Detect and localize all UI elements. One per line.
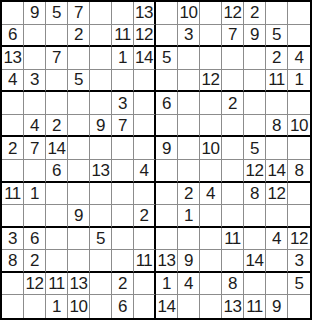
- given-digit: 8: [250, 185, 259, 202]
- given-digit: 6: [30, 230, 39, 247]
- cell-r5c12[interactable]: [244, 92, 266, 115]
- cell-r4c10[interactable]: 12: [200, 70, 222, 93]
- cell-r5c4[interactable]: [68, 92, 90, 115]
- given-digit: 8: [295, 162, 304, 179]
- cell-r5c14[interactable]: [288, 92, 310, 115]
- cell-r11c7[interactable]: [134, 228, 156, 251]
- cell-r14c6[interactable]: 6: [112, 295, 134, 318]
- cell-r1c9[interactable]: 10: [178, 2, 200, 25]
- given-digit: 9: [250, 26, 259, 43]
- cell-r7c9[interactable]: [178, 137, 200, 160]
- given-digit: 2: [228, 95, 237, 112]
- cell-r3c10[interactable]: [200, 47, 222, 70]
- cell-r9c10[interactable]: 4: [200, 183, 222, 206]
- cell-r6c10[interactable]: [200, 115, 222, 138]
- cell-r6c8[interactable]: [156, 115, 178, 138]
- cell-r5c2[interactable]: [24, 92, 46, 115]
- cell-r7c13[interactable]: [266, 137, 288, 160]
- cell-r12c13[interactable]: [266, 250, 288, 273]
- cell-r9c4[interactable]: [68, 183, 90, 206]
- cell-r5c6[interactable]: 3: [112, 92, 134, 115]
- cell-r11c8[interactable]: [156, 228, 178, 251]
- given-digit: 2: [118, 275, 127, 292]
- given-digit: 8: [272, 117, 281, 134]
- cell-r13c12[interactable]: [244, 273, 266, 296]
- cell-r3c14[interactable]: 4: [288, 47, 310, 70]
- given-digit: 4: [8, 71, 17, 88]
- given-digit: 5: [74, 71, 83, 88]
- cell-r4c4[interactable]: 5: [68, 70, 90, 93]
- cell-r3c5[interactable]: [90, 47, 112, 70]
- cell-r10c2[interactable]: [24, 205, 46, 228]
- cell-r8c11[interactable]: [222, 160, 244, 183]
- given-digit: 12: [246, 162, 264, 179]
- cell-r11c10[interactable]: [200, 228, 222, 251]
- given-digit: 13: [70, 275, 88, 292]
- cell-r2c10[interactable]: [200, 25, 222, 48]
- given-digit: 13: [224, 298, 242, 315]
- cell-r5c8[interactable]: 6: [156, 92, 178, 115]
- cell-r2c1[interactable]: 6: [2, 25, 24, 48]
- given-digit: 14: [48, 140, 66, 157]
- cell-r2c9[interactable]: 3: [178, 25, 200, 48]
- given-digit: 11: [246, 298, 263, 315]
- cell-r12c7[interactable]: 11: [134, 250, 156, 273]
- cell-r6c2[interactable]: 4: [24, 115, 46, 138]
- cell-r7c6[interactable]: [112, 137, 134, 160]
- cell-r14c9[interactable]: [178, 295, 200, 318]
- cell-r10c3[interactable]: [46, 205, 68, 228]
- cell-r6c1[interactable]: [2, 115, 24, 138]
- given-digit: 10: [290, 117, 308, 134]
- given-digit: 9: [272, 298, 281, 315]
- given-digit: 11: [4, 185, 21, 202]
- cell-r4c5[interactable]: [90, 70, 112, 93]
- cell-r10c6[interactable]: [112, 205, 134, 228]
- given-digit: 5: [250, 140, 259, 157]
- cell-r8c13[interactable]: 14: [266, 160, 288, 183]
- cell-r1c6[interactable]: [112, 2, 134, 25]
- cell-r14c13[interactable]: 9: [266, 295, 288, 318]
- cell-r9c1[interactable]: 11: [2, 183, 24, 206]
- given-digit: 7: [228, 26, 237, 43]
- cell-r2c12[interactable]: 9: [244, 25, 266, 48]
- cell-r14c10[interactable]: [200, 295, 222, 318]
- given-digit: 3: [118, 95, 127, 112]
- cell-r13c4[interactable]: 13: [68, 273, 90, 296]
- cell-r11c11[interactable]: 11: [222, 228, 244, 251]
- given-digit: 4: [30, 117, 39, 134]
- given-digit: 7: [30, 140, 39, 157]
- cell-r8c12[interactable]: 12: [244, 160, 266, 183]
- cell-r1c5[interactable]: [90, 2, 112, 25]
- given-digit: 8: [228, 275, 237, 292]
- cell-r14c8[interactable]: 14: [156, 295, 178, 318]
- cell-r6c9[interactable]: [178, 115, 200, 138]
- cell-r11c4[interactable]: [68, 228, 90, 251]
- given-digit: 2: [74, 26, 83, 43]
- cell-r2c13[interactable]: 5: [266, 25, 288, 48]
- given-digit: 13: [158, 252, 176, 269]
- cell-r11c12[interactable]: [244, 228, 266, 251]
- given-digit: 2: [184, 185, 193, 202]
- cell-r14c12[interactable]: 11: [244, 295, 266, 318]
- cell-r7c10[interactable]: 10: [200, 137, 222, 160]
- cell-r9c7[interactable]: [134, 183, 156, 206]
- given-digit: 3: [30, 71, 39, 88]
- given-digit: 5: [96, 230, 105, 247]
- cell-r1c11[interactable]: 12: [222, 2, 244, 25]
- cell-r4c2[interactable]: 3: [24, 70, 46, 93]
- cell-r14c11[interactable]: 13: [222, 295, 244, 318]
- cell-r6c12[interactable]: [244, 115, 266, 138]
- cell-r6c11[interactable]: [222, 115, 244, 138]
- given-digit: 6: [8, 26, 17, 43]
- given-digit: 13: [92, 162, 110, 179]
- given-digit: 13: [135, 4, 153, 21]
- given-digit: 12: [202, 71, 220, 88]
- cell-r13c5[interactable]: [90, 273, 112, 296]
- cell-r7c7[interactable]: [134, 137, 156, 160]
- given-digit: 3: [295, 252, 304, 269]
- cell-r2c4[interactable]: 2: [68, 25, 90, 48]
- given-digit: 9: [96, 117, 105, 134]
- given-digit: 4: [295, 49, 304, 66]
- cell-r14c5[interactable]: [90, 295, 112, 318]
- cell-r9c13[interactable]: 12: [266, 183, 288, 206]
- cell-r2c6[interactable]: 11: [112, 25, 134, 48]
- cell-r13c7[interactable]: [134, 273, 156, 296]
- cell-r7c11[interactable]: [222, 137, 244, 160]
- cell-r7c2[interactable]: 7: [24, 137, 46, 160]
- given-digit: 9: [184, 252, 193, 269]
- given-digit: 14: [246, 252, 264, 269]
- cell-r10c11[interactable]: [222, 205, 244, 228]
- cell-r7c14[interactable]: [288, 137, 310, 160]
- cell-r3c11[interactable]: [222, 47, 244, 70]
- cell-r10c8[interactable]: [156, 205, 178, 228]
- cell-r7c4[interactable]: [68, 137, 90, 160]
- cell-r6c14[interactable]: 10: [288, 115, 310, 138]
- cell-r9c14[interactable]: [288, 183, 310, 206]
- cell-r8c5[interactable]: 13: [90, 160, 112, 183]
- given-digit: 5: [272, 26, 281, 43]
- given-digit: 12: [135, 26, 153, 43]
- cell-r5c7[interactable]: [134, 92, 156, 115]
- cell-r3c3[interactable]: 7: [46, 47, 68, 70]
- cell-r4c12[interactable]: [244, 70, 266, 93]
- given-digit: 1: [295, 71, 304, 88]
- cell-r10c14[interactable]: [288, 205, 310, 228]
- cell-r1c12[interactable]: 2: [244, 2, 266, 25]
- cell-r9c6[interactable]: [112, 183, 134, 206]
- cell-r12c8[interactable]: 13: [156, 250, 178, 273]
- cell-r12c1[interactable]: 8: [2, 250, 24, 273]
- given-digit: 4: [184, 275, 193, 292]
- cell-r8c6[interactable]: [112, 160, 134, 183]
- cell-r12c5[interactable]: [90, 250, 112, 273]
- given-digit: 11: [224, 230, 241, 247]
- cell-r9c8[interactable]: [156, 183, 178, 206]
- cell-r1c2[interactable]: 9: [24, 2, 46, 25]
- cell-r3c6[interactable]: 1: [112, 47, 134, 70]
- cell-r7c1[interactable]: 2: [2, 137, 24, 160]
- cell-r6c4[interactable]: [68, 115, 90, 138]
- cell-r5c10[interactable]: [200, 92, 222, 115]
- cell-r11c3[interactable]: [46, 228, 68, 251]
- cell-r13c14[interactable]: 5: [288, 273, 310, 296]
- cell-r10c12[interactable]: [244, 205, 266, 228]
- given-digit: 14: [135, 49, 153, 66]
- cell-r7c12[interactable]: 5: [244, 137, 266, 160]
- given-digit: 1: [184, 207, 193, 224]
- given-digit: 7: [118, 117, 127, 134]
- cell-r3c1[interactable]: 13: [2, 47, 24, 70]
- given-digit: 3: [184, 26, 193, 43]
- cell-r1c4[interactable]: 7: [68, 2, 90, 25]
- cell-r14c7[interactable]: [134, 295, 156, 318]
- sudoku-board: 9571310122621112379513711452443512111362…: [0, 0, 312, 320]
- given-digit: 11: [268, 71, 285, 88]
- cell-r2c2[interactable]: [24, 25, 46, 48]
- cell-r13c8[interactable]: 1: [156, 273, 178, 296]
- given-digit: 6: [118, 298, 127, 315]
- cell-r12c14[interactable]: 3: [288, 250, 310, 273]
- cell-r11c5[interactable]: 5: [90, 228, 112, 251]
- cell-r3c8[interactable]: 5: [156, 47, 178, 70]
- cell-r12c6[interactable]: [112, 250, 134, 273]
- given-digit: 14: [268, 162, 286, 179]
- cell-r14c14[interactable]: [288, 295, 310, 318]
- cell-r11c14[interactable]: 12: [288, 228, 310, 251]
- cell-r6c6[interactable]: 7: [112, 115, 134, 138]
- cell-r12c10[interactable]: [200, 250, 222, 273]
- cell-r11c6[interactable]: [112, 228, 134, 251]
- cell-r2c3[interactable]: [46, 25, 68, 48]
- given-digit: 7: [74, 4, 83, 21]
- cell-r13c1[interactable]: [2, 273, 24, 296]
- cell-r3c12[interactable]: [244, 47, 266, 70]
- cell-r3c7[interactable]: 14: [134, 47, 156, 70]
- cell-r10c13[interactable]: [266, 205, 288, 228]
- cell-r4c3[interactable]: [46, 70, 68, 93]
- cell-r1c13[interactable]: [266, 2, 288, 25]
- given-digit: 7: [52, 49, 61, 66]
- given-digit: 5: [295, 275, 304, 292]
- given-digit: 2: [140, 207, 149, 224]
- cell-r10c5[interactable]: [90, 205, 112, 228]
- given-digit: 6: [52, 162, 61, 179]
- cell-r8c8[interactable]: [156, 160, 178, 183]
- given-digit: 6: [162, 95, 171, 112]
- cell-r5c13[interactable]: [266, 92, 288, 115]
- cell-r4c13[interactable]: 11: [266, 70, 288, 93]
- cell-r5c11[interactable]: 2: [222, 92, 244, 115]
- given-digit: 4: [206, 185, 215, 202]
- cell-r1c14[interactable]: [288, 2, 310, 25]
- cell-r4c14[interactable]: 1: [288, 70, 310, 93]
- cell-r12c9[interactable]: 9: [178, 250, 200, 273]
- given-digit: 1: [52, 298, 61, 315]
- cell-r12c12[interactable]: 14: [244, 250, 266, 273]
- cell-r7c8[interactable]: 9: [156, 137, 178, 160]
- cell-r10c4[interactable]: 9: [68, 205, 90, 228]
- given-digit: 12: [290, 230, 308, 247]
- cell-r9c11[interactable]: [222, 183, 244, 206]
- cell-r14c4[interactable]: 10: [68, 295, 90, 318]
- given-digit: 8: [8, 252, 17, 269]
- cell-r8c14[interactable]: 8: [288, 160, 310, 183]
- given-digit: 14: [158, 298, 176, 315]
- given-digit: 2: [8, 140, 17, 157]
- given-digit: 11: [114, 26, 131, 43]
- given-digit: 3: [8, 230, 17, 247]
- given-digit: 4: [140, 162, 149, 179]
- given-digit: 1: [162, 275, 171, 292]
- given-digit: 5: [162, 49, 171, 66]
- cell-r4c1[interactable]: 4: [2, 70, 24, 93]
- cell-r13c6[interactable]: 2: [112, 273, 134, 296]
- cell-r2c8[interactable]: [156, 25, 178, 48]
- cell-r1c8[interactable]: [156, 2, 178, 25]
- cell-r13c2[interactable]: 12: [24, 273, 46, 296]
- cell-r9c12[interactable]: 8: [244, 183, 266, 206]
- cell-r3c4[interactable]: [68, 47, 90, 70]
- cell-r10c9[interactable]: 1: [178, 205, 200, 228]
- cell-r13c13[interactable]: [266, 273, 288, 296]
- cell-r10c10[interactable]: [200, 205, 222, 228]
- given-digit: 10: [180, 4, 198, 21]
- given-digit: 2: [30, 252, 39, 269]
- cell-r6c5[interactable]: 9: [90, 115, 112, 138]
- cell-r4c8[interactable]: [156, 70, 178, 93]
- given-digit: 9: [162, 140, 171, 157]
- given-digit: 10: [202, 140, 220, 157]
- cell-r11c13[interactable]: 4: [266, 228, 288, 251]
- given-digit: 2: [272, 49, 281, 66]
- cell-r11c1[interactable]: 3: [2, 228, 24, 251]
- cell-r12c4[interactable]: [68, 250, 90, 273]
- cell-r6c3[interactable]: 2: [46, 115, 68, 138]
- cell-r8c7[interactable]: 4: [134, 160, 156, 183]
- cell-r13c10[interactable]: [200, 273, 222, 296]
- cell-r9c2[interactable]: 1: [24, 183, 46, 206]
- cell-r5c9[interactable]: [178, 92, 200, 115]
- cell-r3c2[interactable]: [24, 47, 46, 70]
- cell-r8c3[interactable]: 6: [46, 160, 68, 183]
- given-digit: 1: [118, 49, 127, 66]
- cell-r1c3[interactable]: 5: [46, 2, 68, 25]
- cell-r13c9[interactable]: 4: [178, 273, 200, 296]
- cell-r1c1[interactable]: [2, 2, 24, 25]
- cell-r5c3[interactable]: [46, 92, 68, 115]
- cell-r10c7[interactable]: 2: [134, 205, 156, 228]
- given-digit: 5: [52, 4, 61, 21]
- given-digit: 2: [250, 4, 259, 21]
- cell-r8c4[interactable]: [68, 160, 90, 183]
- cell-r12c3[interactable]: [46, 250, 68, 273]
- given-digit: 11: [48, 275, 65, 292]
- cell-r2c11[interactable]: 7: [222, 25, 244, 48]
- given-digit: 12: [26, 275, 44, 292]
- cell-r4c11[interactable]: [222, 70, 244, 93]
- cell-r1c7[interactable]: 13: [134, 2, 156, 25]
- given-digit: 12: [268, 185, 286, 202]
- cell-r3c13[interactable]: 2: [266, 47, 288, 70]
- cell-r8c9[interactable]: [178, 160, 200, 183]
- cell-r9c9[interactable]: 2: [178, 183, 200, 206]
- cell-r5c1[interactable]: [2, 92, 24, 115]
- cell-r14c3[interactable]: 1: [46, 295, 68, 318]
- cell-r10c1[interactable]: [2, 205, 24, 228]
- cell-r12c11[interactable]: [222, 250, 244, 273]
- given-digit: 13: [4, 49, 22, 66]
- cell-r11c2[interactable]: 6: [24, 228, 46, 251]
- cell-r8c2[interactable]: [24, 160, 46, 183]
- cell-r2c5[interactable]: [90, 25, 112, 48]
- cell-r13c11[interactable]: 8: [222, 273, 244, 296]
- given-digit: 11: [136, 252, 153, 269]
- cell-r2c14[interactable]: [288, 25, 310, 48]
- given-digit: 12: [224, 4, 242, 21]
- cell-r2c7[interactable]: 12: [134, 25, 156, 48]
- cell-r6c13[interactable]: 8: [266, 115, 288, 138]
- given-digit: 4: [272, 230, 281, 247]
- given-digit: 9: [30, 4, 39, 21]
- given-digit: 1: [30, 185, 39, 202]
- given-digit: 9: [74, 207, 83, 224]
- cell-r14c1[interactable]: [2, 295, 24, 318]
- cell-r9c5[interactable]: [90, 183, 112, 206]
- given-digit: 2: [52, 117, 61, 134]
- cell-r3c9[interactable]: [178, 47, 200, 70]
- cell-r11c9[interactable]: [178, 228, 200, 251]
- cell-r4c9[interactable]: [178, 70, 200, 93]
- cell-r13c3[interactable]: 11: [46, 273, 68, 296]
- given-digit: 10: [70, 298, 88, 315]
- cell-r14c2[interactable]: [24, 295, 46, 318]
- cell-r8c1[interactable]: [2, 160, 24, 183]
- cell-r4c7[interactable]: [134, 70, 156, 93]
- cell-r7c3[interactable]: 14: [46, 137, 68, 160]
- cell-r7c5[interactable]: [90, 137, 112, 160]
- cell-r5c5[interactable]: [90, 92, 112, 115]
- cell-r4c6[interactable]: [112, 70, 134, 93]
- cell-r8c10[interactable]: [200, 160, 222, 183]
- cell-r9c3[interactable]: [46, 183, 68, 206]
- cell-r1c10[interactable]: [200, 2, 222, 25]
- cell-r6c7[interactable]: [134, 115, 156, 138]
- cell-r12c2[interactable]: 2: [24, 250, 46, 273]
